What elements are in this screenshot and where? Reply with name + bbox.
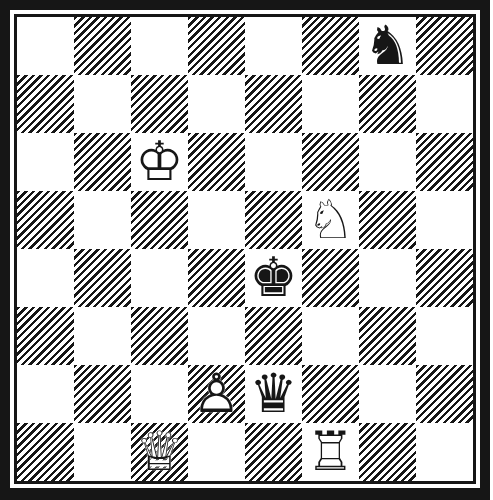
black-king-glyph: ♚	[245, 249, 302, 307]
square-a5[interactable]	[17, 191, 74, 249]
square-c4[interactable]	[131, 249, 188, 307]
square-a6[interactable]	[17, 133, 74, 191]
white-queen-piece[interactable]: ♛♕	[131, 423, 188, 481]
white-king-glyph: ♔	[131, 133, 188, 191]
square-e7[interactable]	[245, 75, 302, 133]
square-d8[interactable]	[188, 17, 245, 75]
white-rook-piece[interactable]: ♜♖	[302, 423, 359, 481]
square-g2[interactable]	[359, 365, 416, 423]
white-knight-glyph: ♘	[302, 191, 359, 249]
square-f7[interactable]	[302, 75, 359, 133]
square-b2[interactable]	[74, 365, 131, 423]
board-inner-border: ♞♞♚♔♞♘♚♚♟♙♛♛♛♕♜♖	[14, 14, 476, 484]
square-d4[interactable]	[188, 249, 245, 307]
square-c6[interactable]: ♚♔	[131, 133, 188, 191]
square-f3[interactable]	[302, 307, 359, 365]
square-b5[interactable]	[74, 191, 131, 249]
square-e4[interactable]: ♚♚	[245, 249, 302, 307]
square-c5[interactable]	[131, 191, 188, 249]
square-a8[interactable]	[17, 17, 74, 75]
square-d3[interactable]	[188, 307, 245, 365]
square-d2[interactable]: ♟♙	[188, 365, 245, 423]
square-h2[interactable]	[416, 365, 473, 423]
square-b3[interactable]	[74, 307, 131, 365]
board-gap: ♞♞♚♔♞♘♚♚♟♙♛♛♛♕♜♖	[10, 10, 480, 488]
square-d7[interactable]	[188, 75, 245, 133]
square-h8[interactable]	[416, 17, 473, 75]
square-a3[interactable]	[17, 307, 74, 365]
square-c7[interactable]	[131, 75, 188, 133]
square-a1[interactable]	[17, 423, 74, 481]
square-h6[interactable]	[416, 133, 473, 191]
square-b1[interactable]	[74, 423, 131, 481]
square-h5[interactable]	[416, 191, 473, 249]
square-e8[interactable]	[245, 17, 302, 75]
square-g5[interactable]	[359, 191, 416, 249]
square-g8[interactable]: ♞♞	[359, 17, 416, 75]
square-e6[interactable]	[245, 133, 302, 191]
square-e2[interactable]: ♛♛	[245, 365, 302, 423]
white-rook-glyph: ♖	[302, 423, 359, 481]
square-h4[interactable]	[416, 249, 473, 307]
black-knight-glyph: ♞	[359, 17, 416, 75]
square-e5[interactable]	[245, 191, 302, 249]
white-queen-glyph: ♕	[131, 423, 188, 481]
square-f1[interactable]: ♜♖	[302, 423, 359, 481]
square-f4[interactable]	[302, 249, 359, 307]
square-g3[interactable]	[359, 307, 416, 365]
square-c8[interactable]	[131, 17, 188, 75]
square-b4[interactable]	[74, 249, 131, 307]
black-king-piece[interactable]: ♚♚	[245, 249, 302, 307]
square-g4[interactable]	[359, 249, 416, 307]
square-b6[interactable]	[74, 133, 131, 191]
black-queen-glyph: ♛	[245, 365, 302, 423]
square-e1[interactable]	[245, 423, 302, 481]
square-a4[interactable]	[17, 249, 74, 307]
square-c1[interactable]: ♛♕	[131, 423, 188, 481]
square-g7[interactable]	[359, 75, 416, 133]
square-a7[interactable]	[17, 75, 74, 133]
square-e3[interactable]	[245, 307, 302, 365]
board-frame: ♞♞♚♔♞♘♚♚♟♙♛♛♛♕♜♖	[0, 0, 490, 500]
square-b7[interactable]	[74, 75, 131, 133]
square-f8[interactable]	[302, 17, 359, 75]
square-f6[interactable]	[302, 133, 359, 191]
white-king-piece[interactable]: ♚♔	[131, 133, 188, 191]
square-h3[interactable]	[416, 307, 473, 365]
square-h7[interactable]	[416, 75, 473, 133]
square-d5[interactable]	[188, 191, 245, 249]
square-d1[interactable]	[188, 423, 245, 481]
square-d6[interactable]	[188, 133, 245, 191]
square-a2[interactable]	[17, 365, 74, 423]
black-queen-piece[interactable]: ♛♛	[245, 365, 302, 423]
square-g1[interactable]	[359, 423, 416, 481]
square-c2[interactable]	[131, 365, 188, 423]
square-b8[interactable]	[74, 17, 131, 75]
black-knight-piece[interactable]: ♞♞	[359, 17, 416, 75]
white-pawn-piece[interactable]: ♟♙	[188, 365, 245, 423]
white-pawn-glyph: ♙	[188, 365, 245, 423]
square-f2[interactable]	[302, 365, 359, 423]
square-f5[interactable]: ♞♘	[302, 191, 359, 249]
diagram-stage: ♞♞♚♔♞♘♚♚♟♙♛♛♛♕♜♖	[0, 0, 493, 500]
square-g6[interactable]	[359, 133, 416, 191]
white-knight-piece[interactable]: ♞♘	[302, 191, 359, 249]
square-h1[interactable]	[416, 423, 473, 481]
square-c3[interactable]	[131, 307, 188, 365]
chess-board: ♞♞♚♔♞♘♚♚♟♙♛♛♛♕♜♖	[17, 17, 473, 481]
